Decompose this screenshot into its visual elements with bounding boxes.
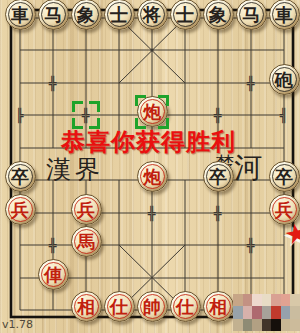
piece-glyph: 士 [176, 6, 194, 24]
red-advisor[interactable]: 仕 [170, 291, 201, 322]
piece-glyph: 仕 [110, 298, 128, 316]
piece-glyph: 炮 [143, 103, 161, 121]
black-horse[interactable]: 马 [236, 0, 267, 30]
piece-glyph: 马 [242, 6, 260, 24]
red-soldier[interactable]: 兵 [269, 194, 300, 225]
red-advisor[interactable]: 仕 [104, 291, 135, 322]
piece-glyph: 馬 [77, 233, 95, 251]
red-soldier[interactable]: 兵 [5, 194, 36, 225]
victory-banner: 恭喜你获得胜利 [61, 128, 236, 156]
red-cannon[interactable]: 炮 [137, 96, 168, 127]
black-elephant[interactable]: 象 [71, 0, 102, 30]
piece-glyph: 仕 [176, 298, 194, 316]
river-label-left: 漢界 [46, 153, 104, 186]
piece-glyph: 相 [77, 298, 95, 316]
piece-glyph: 帥 [143, 298, 161, 316]
piece-glyph: 炮 [143, 168, 161, 186]
black-elephant[interactable]: 象 [203, 0, 234, 30]
piece-glyph: 車 [11, 6, 29, 24]
black-cannon[interactable]: 砲 [269, 64, 300, 95]
piece-glyph: 兵 [77, 201, 95, 219]
piece-glyph: 相 [209, 298, 227, 316]
black-soldier[interactable]: 卒 [203, 161, 234, 192]
red-cannon[interactable]: 炮 [137, 161, 168, 192]
black-horse[interactable]: 马 [38, 0, 69, 30]
piece-glyph: 象 [209, 6, 227, 24]
red-horse[interactable]: 馬 [71, 226, 102, 257]
censored-region [233, 294, 300, 331]
piece-glyph: 将 [143, 6, 161, 24]
piece-glyph: 車 [275, 6, 293, 24]
black-advisor[interactable]: 士 [170, 0, 201, 30]
piece-glyph: 砲 [275, 71, 293, 89]
piece-glyph: 象 [77, 6, 95, 24]
piece-glyph: 俥 [44, 266, 62, 284]
black-chariot[interactable]: 車 [5, 0, 36, 30]
piece-glyph: 卒 [275, 168, 293, 186]
red-elephant[interactable]: 相 [71, 291, 102, 322]
version-label: v1.78 [2, 318, 33, 331]
piece-glyph: 卒 [11, 168, 29, 186]
river-label-right-char2: 河 [234, 151, 262, 184]
piece-glyph: 卒 [209, 168, 227, 186]
black-soldier[interactable]: 卒 [5, 161, 36, 192]
red-soldier[interactable]: 兵 [71, 194, 102, 225]
red-general[interactable]: 帥 [137, 291, 168, 322]
black-general[interactable]: 将 [137, 0, 168, 30]
black-soldier[interactable]: 卒 [269, 161, 300, 192]
black-chariot[interactable]: 車 [269, 0, 300, 30]
piece-glyph: 兵 [11, 201, 29, 219]
red-elephant[interactable]: 相 [203, 291, 234, 322]
red-chariot[interactable]: 俥 [38, 259, 69, 290]
piece-glyph: 马 [44, 6, 62, 24]
xiangqi-board[interactable]: 漢界 楚河 恭喜你获得胜利 v1.78 ★ ╬╬╠╬╬╣╬╬╬╬車马象士将士象马… [0, 0, 300, 333]
piece-glyph: 士 [110, 6, 128, 24]
piece-glyph: 兵 [275, 201, 293, 219]
black-advisor[interactable]: 士 [104, 0, 135, 30]
